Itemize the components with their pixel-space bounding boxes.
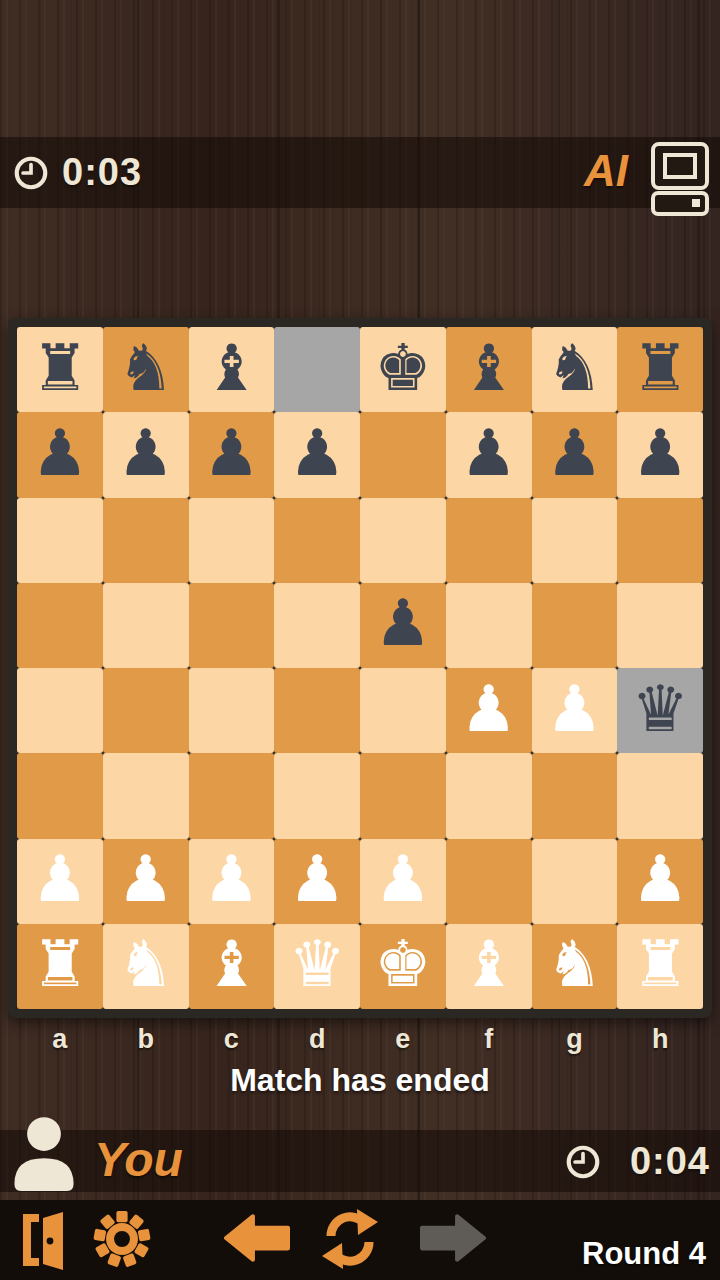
black-rook: ♜ [631, 336, 688, 400]
square-f4[interactable]: ♟ [446, 668, 532, 753]
square-e3[interactable] [360, 753, 446, 838]
square-a8[interactable]: ♜ [17, 327, 103, 412]
square-c1[interactable]: ♝ [189, 924, 275, 1009]
square-h5[interactable] [617, 583, 703, 668]
file-label-g: g [532, 1024, 618, 1055]
black-queen: ♛ [631, 677, 688, 741]
black-bishop: ♝ [203, 336, 260, 400]
white-pawn: ♟ [31, 847, 88, 911]
file-label-f: f [446, 1024, 532, 1055]
square-h6[interactable] [617, 498, 703, 583]
black-king: ♚ [374, 336, 431, 400]
chess-board: ♜♞♝♚♝♞♜♟♟♟♟♟♟♟♟♟♟♛♟♟♟♟♟♟♜♞♝♛♚♝♞♜ [8, 318, 712, 1018]
opponent-bar: 0:03 AI [0, 137, 720, 208]
white-pawn: ♟ [460, 677, 517, 741]
chess-game-screen: 0:03 AI ♜♞♝♚♝♞♜♟♟♟♟♟♟♟♟♟♟♛♟♟♟♟♟♟♜♞♝♛♚♝♞♜… [0, 0, 720, 1280]
door-exit-button[interactable] [14, 1208, 68, 1272]
square-h3[interactable] [617, 753, 703, 838]
square-c3[interactable] [189, 753, 275, 838]
square-e6[interactable] [360, 498, 446, 583]
file-label-d: d [274, 1024, 360, 1055]
square-c4[interactable] [189, 668, 275, 753]
forward-arrow-button[interactable] [420, 1212, 486, 1264]
square-e1[interactable]: ♚ [360, 924, 446, 1009]
white-rook: ♜ [631, 932, 688, 996]
clock-icon [564, 1143, 602, 1181]
white-pawn: ♟ [288, 847, 345, 911]
square-f2[interactable] [446, 839, 532, 924]
square-d4[interactable] [274, 668, 360, 753]
file-label-e: e [360, 1024, 446, 1055]
square-b8[interactable]: ♞ [103, 327, 189, 412]
square-f5[interactable] [446, 583, 532, 668]
square-d6[interactable] [274, 498, 360, 583]
square-d7[interactable]: ♟ [274, 412, 360, 497]
round-indicator: Round 4 [582, 1236, 706, 1272]
square-a5[interactable] [17, 583, 103, 668]
black-pawn: ♟ [374, 591, 431, 655]
white-pawn: ♟ [546, 677, 603, 741]
square-g7[interactable]: ♟ [532, 412, 618, 497]
white-pawn: ♟ [374, 847, 431, 911]
black-pawn: ♟ [117, 421, 174, 485]
black-rook: ♜ [31, 336, 88, 400]
square-e4[interactable] [360, 668, 446, 753]
square-b6[interactable] [103, 498, 189, 583]
black-pawn: ♟ [203, 421, 260, 485]
square-a6[interactable] [17, 498, 103, 583]
square-f1[interactable]: ♝ [446, 924, 532, 1009]
square-h1[interactable]: ♜ [617, 924, 703, 1009]
file-label-b: b [103, 1024, 189, 1055]
square-h4[interactable]: ♛ [617, 668, 703, 753]
square-d5[interactable] [274, 583, 360, 668]
status-message: Match has ended [0, 1062, 720, 1099]
person-avatar-icon [8, 1114, 80, 1192]
square-a4[interactable] [17, 668, 103, 753]
square-f3[interactable] [446, 753, 532, 838]
black-pawn: ♟ [546, 421, 603, 485]
square-h7[interactable]: ♟ [617, 412, 703, 497]
white-king: ♚ [374, 932, 431, 996]
player-timer: 0:04 [630, 1130, 710, 1192]
board-grid: ♜♞♝♚♝♞♜♟♟♟♟♟♟♟♟♟♟♛♟♟♟♟♟♟♜♞♝♛♚♝♞♜ [17, 327, 703, 1009]
square-c6[interactable] [189, 498, 275, 583]
square-e8[interactable]: ♚ [360, 327, 446, 412]
square-h8[interactable]: ♜ [617, 327, 703, 412]
square-c5[interactable] [189, 583, 275, 668]
square-d3[interactable] [274, 753, 360, 838]
gear-icon[interactable] [92, 1209, 152, 1269]
square-c2[interactable]: ♟ [189, 839, 275, 924]
white-pawn: ♟ [631, 847, 688, 911]
bottom-toolbar: Round 4 [0, 1200, 720, 1280]
player-name: You [94, 1130, 183, 1190]
square-d2[interactable]: ♟ [274, 839, 360, 924]
square-f8[interactable]: ♝ [446, 327, 532, 412]
square-a7[interactable]: ♟ [17, 412, 103, 497]
square-g6[interactable] [532, 498, 618, 583]
square-b3[interactable] [103, 753, 189, 838]
file-label-c: c [189, 1024, 275, 1055]
square-g8[interactable]: ♞ [532, 327, 618, 412]
square-g2[interactable] [532, 839, 618, 924]
square-f7[interactable]: ♟ [446, 412, 532, 497]
square-h2[interactable]: ♟ [617, 839, 703, 924]
white-knight: ♞ [546, 932, 603, 996]
white-knight: ♞ [117, 932, 174, 996]
white-queen: ♛ [288, 932, 345, 996]
square-e7[interactable] [360, 412, 446, 497]
opponent-timer: 0:03 [62, 137, 142, 208]
opponent-name: AI [584, 137, 628, 205]
square-a3[interactable] [17, 753, 103, 838]
square-b4[interactable] [103, 668, 189, 753]
square-f6[interactable] [446, 498, 532, 583]
square-a2[interactable]: ♟ [17, 839, 103, 924]
square-d8[interactable] [274, 327, 360, 412]
square-a1[interactable]: ♜ [17, 924, 103, 1009]
file-label-a: a [17, 1024, 103, 1055]
square-g4[interactable]: ♟ [532, 668, 618, 753]
square-b1[interactable]: ♞ [103, 924, 189, 1009]
player-bar: You 0:04 [0, 1130, 720, 1192]
square-c7[interactable]: ♟ [189, 412, 275, 497]
square-c8[interactable]: ♝ [189, 327, 275, 412]
black-knight: ♞ [117, 336, 174, 400]
black-pawn: ♟ [288, 421, 345, 485]
file-label-h: h [617, 1024, 703, 1055]
square-e2[interactable]: ♟ [360, 839, 446, 924]
white-pawn: ♟ [117, 847, 174, 911]
square-b2[interactable]: ♟ [103, 839, 189, 924]
back-arrow-button[interactable] [224, 1212, 290, 1264]
computer-icon [650, 141, 710, 217]
square-e5[interactable]: ♟ [360, 583, 446, 668]
white-rook: ♜ [31, 932, 88, 996]
square-b5[interactable] [103, 583, 189, 668]
square-b7[interactable]: ♟ [103, 412, 189, 497]
white-bishop: ♝ [203, 932, 260, 996]
white-pawn: ♟ [203, 847, 260, 911]
black-pawn: ♟ [31, 421, 88, 485]
white-bishop: ♝ [460, 932, 517, 996]
refresh-icon[interactable] [318, 1206, 382, 1272]
square-g1[interactable]: ♞ [532, 924, 618, 1009]
square-g3[interactable] [532, 753, 618, 838]
black-knight: ♞ [546, 336, 603, 400]
black-pawn: ♟ [460, 421, 517, 485]
file-coordinates: abcdefgh [17, 1024, 703, 1055]
square-d1[interactable]: ♛ [274, 924, 360, 1009]
square-g5[interactable] [532, 583, 618, 668]
black-pawn: ♟ [631, 421, 688, 485]
black-bishop: ♝ [460, 336, 517, 400]
clock-icon [12, 154, 50, 192]
